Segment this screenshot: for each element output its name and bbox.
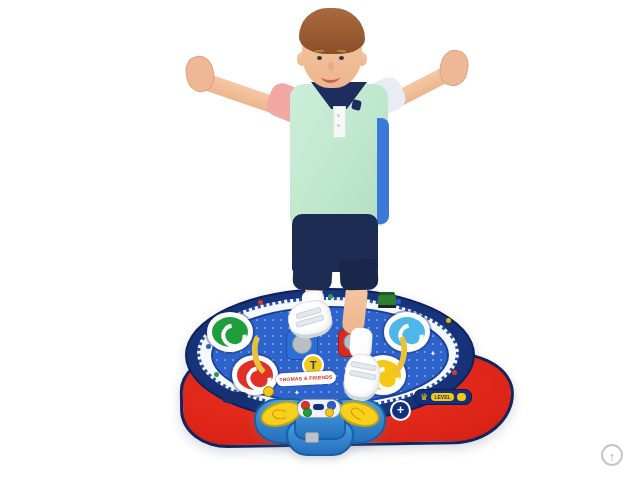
ring-decor-dot: [258, 300, 263, 305]
product-photo-stage: T THOMAS & FRIENDS ✦ ✦ ✦ + ♛ LEVEL: [0, 0, 640, 480]
back-to-top-button[interactable]: ↑: [601, 444, 623, 466]
ring-decor-dot: [214, 372, 219, 377]
mini-chip: [457, 393, 466, 401]
shirt-button: [337, 124, 340, 127]
shirt-side-panel: [377, 118, 389, 224]
level-chip: LEVEL: [431, 393, 454, 401]
yellow-star-button: [325, 408, 334, 417]
green-step-pad: [207, 312, 253, 352]
panel-center-button: [313, 404, 324, 410]
plus-button: +: [390, 400, 411, 421]
crown-icon: ♛: [420, 393, 428, 402]
ring-decor-dot: [452, 370, 457, 375]
train-cab: [378, 295, 396, 305]
train-base: [378, 305, 396, 308]
footprint-icon: [272, 409, 289, 420]
footprint-icon: [349, 405, 368, 422]
hair: [299, 8, 365, 54]
star-icon: ✦: [430, 350, 436, 357]
ring-decor-dot: [206, 344, 211, 349]
left-eye: [317, 56, 322, 60]
ring-decor-dot: [396, 299, 401, 304]
yellow-button: [263, 386, 274, 397]
toy-train-figure: [378, 292, 396, 308]
level-selector: ♛ LEVEL: [414, 389, 472, 405]
shorts-right-leg: [339, 259, 378, 290]
shirt-button: [337, 114, 340, 117]
green-star-button: [303, 408, 312, 417]
star-icon: ✦: [294, 389, 300, 396]
mouth: [321, 70, 340, 83]
ring-decor-dot: [446, 318, 451, 323]
button-placket: [333, 106, 346, 138]
shoe-strap: [349, 370, 377, 381]
battery-clip: [305, 432, 319, 443]
ring-decor-dot: [328, 294, 333, 299]
shorts-left-leg: [292, 259, 333, 291]
right-eye: [339, 56, 344, 60]
